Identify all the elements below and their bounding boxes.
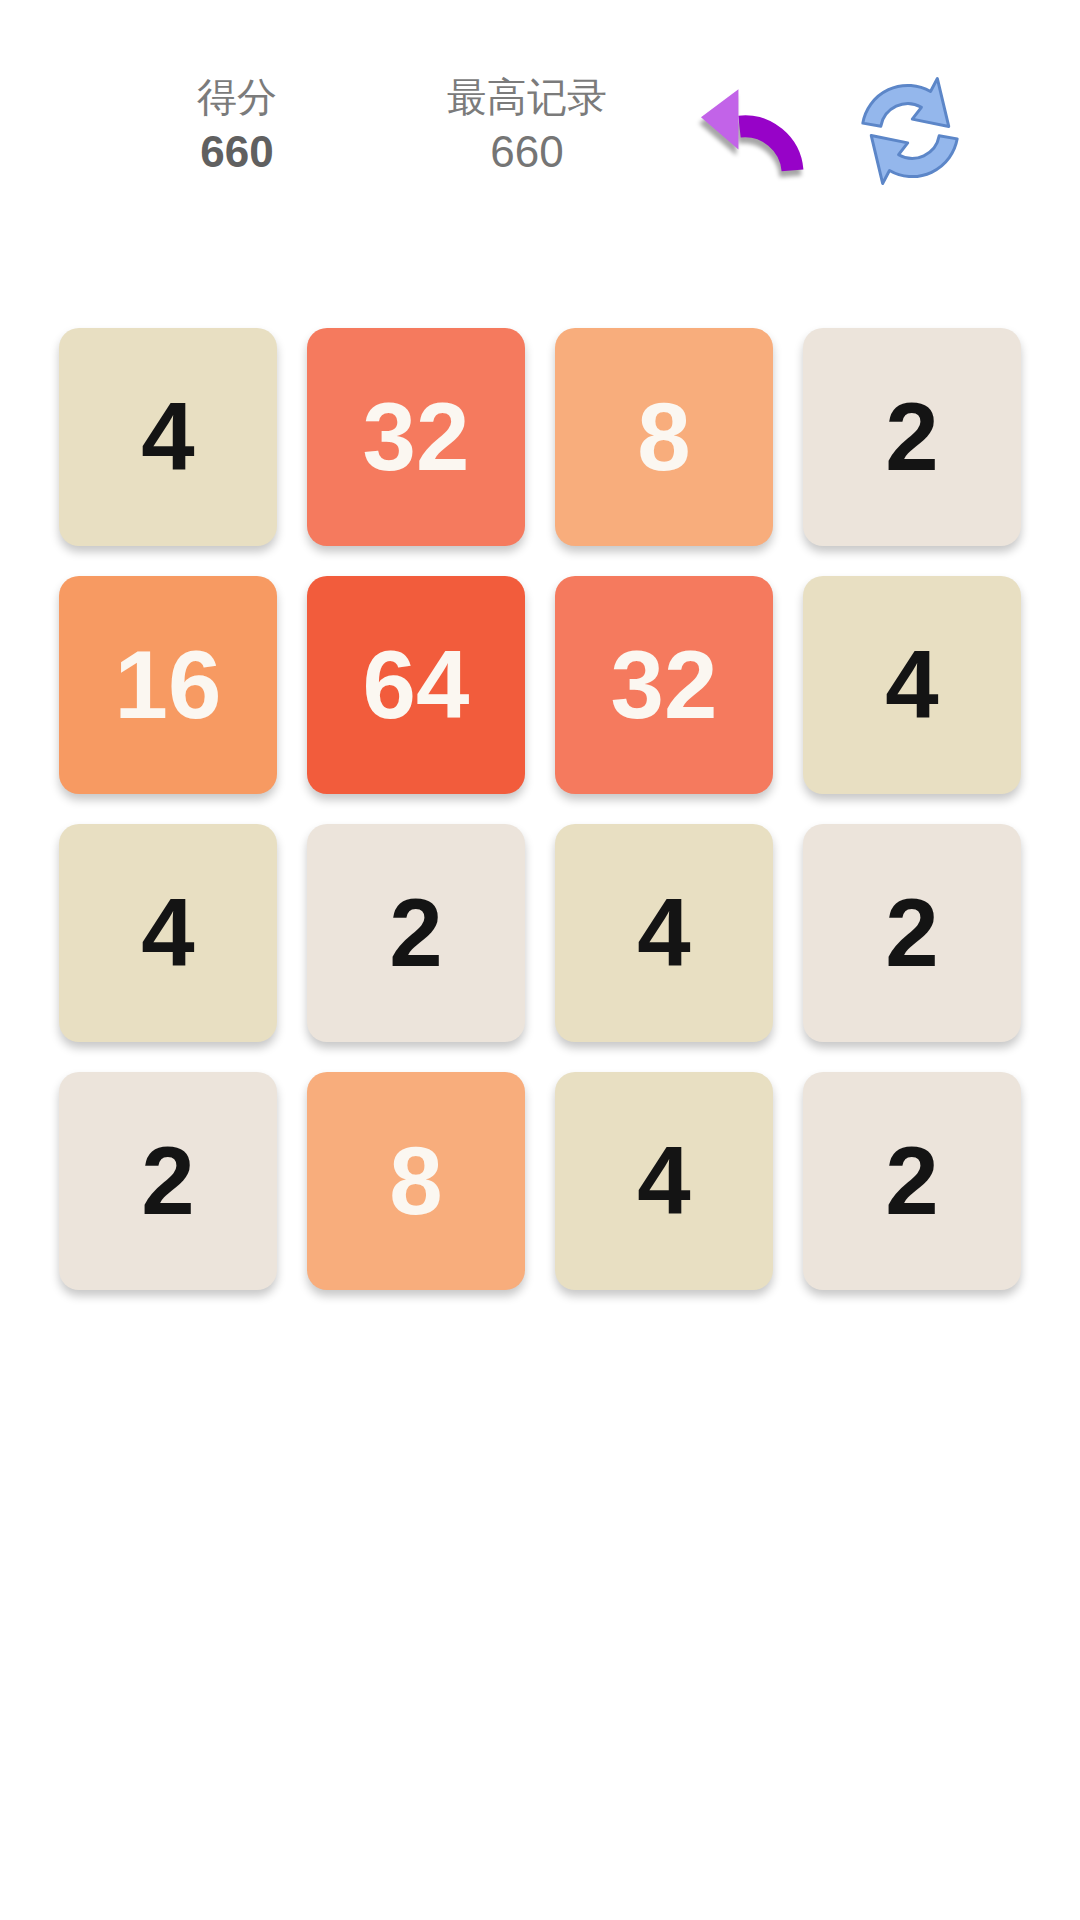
tile: 2 — [307, 824, 525, 1042]
tile: 4 — [555, 1072, 773, 1290]
restart-button[interactable] — [852, 74, 968, 188]
tile: 64 — [307, 576, 525, 794]
undo-button[interactable] — [701, 89, 805, 183]
tile: 8 — [307, 1072, 525, 1290]
tile: 4 — [555, 824, 773, 1042]
score-panel: 得分 660 — [197, 74, 277, 175]
tile: 4 — [59, 824, 277, 1042]
score-label: 得分 — [197, 74, 277, 120]
score-value: 660 — [197, 129, 277, 175]
undo-arrow-icon — [701, 89, 805, 183]
best-value: 660 — [447, 129, 607, 175]
tile: 4 — [59, 328, 277, 546]
tile: 2 — [803, 1072, 1021, 1290]
refresh-icon — [852, 74, 968, 188]
best-label: 最高记录 — [447, 74, 607, 120]
tile: 16 — [59, 576, 277, 794]
board-grid[interactable]: 4 32 8 2 16 64 32 4 4 2 4 2 2 8 4 2 — [59, 328, 1021, 1290]
tile: 32 — [555, 576, 773, 794]
tile: 2 — [59, 1072, 277, 1290]
tile: 2 — [803, 824, 1021, 1042]
tile: 32 — [307, 328, 525, 546]
tile: 4 — [803, 576, 1021, 794]
best-panel: 最高记录 660 — [447, 74, 607, 175]
tile: 8 — [555, 328, 773, 546]
tile: 2 — [803, 328, 1021, 546]
